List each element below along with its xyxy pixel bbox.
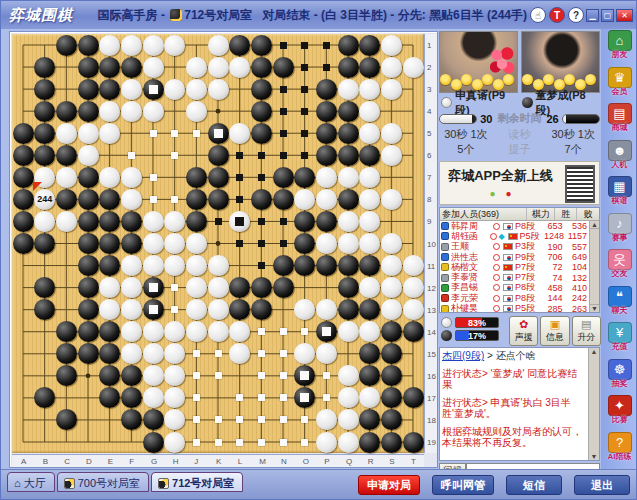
territory-white-marker [171, 196, 178, 203]
territory-black-marker [301, 152, 308, 159]
territory-black-marker [301, 42, 308, 49]
sidebar-icon-赛事: ♪ [608, 213, 632, 234]
row-label: 18 [427, 416, 436, 425]
chat-username[interactable]: 杰四(9段) [442, 350, 484, 361]
声援-button[interactable]: ✿声援 [509, 316, 538, 346]
territory-white-marker [280, 372, 287, 379]
column-label: F [129, 457, 134, 466]
sidebar-label: 朋友 [601, 51, 637, 59]
country-flag-cn [503, 243, 513, 250]
stone-black [251, 79, 272, 100]
stone-white [229, 57, 250, 78]
territory-white-marker [323, 372, 330, 379]
territory-black-marker [258, 240, 265, 247]
window-title: 国际高手房 - 712号对局室 对局结束 - (白 3目半胜) - 分先: 黑贴… [98, 7, 527, 24]
stone-black [186, 189, 207, 210]
sidebar-icon-商城: ▤ [608, 103, 632, 124]
button-label: 声援 [515, 332, 533, 342]
tab-700号对局室[interactable]: 700号对局室 [57, 472, 149, 492]
stone-white [56, 211, 77, 232]
stone-black [78, 277, 99, 298]
participant-losses: 649 [562, 252, 589, 262]
stone-black [208, 189, 229, 210]
stone-black [78, 255, 99, 276]
tab-大厅[interactable]: ⌂大厅 [7, 472, 55, 492]
fan-badge-icon [493, 223, 500, 230]
sidebar-label: 人机 [601, 161, 637, 169]
row-label: 3 [427, 85, 431, 94]
stone-white [164, 79, 185, 100]
row-label: 10 [427, 240, 436, 249]
help-icon[interactable]: ? [568, 7, 584, 23]
white-time-bar [439, 114, 477, 124]
participant-losses: 242 [562, 293, 589, 303]
sidebar-AI陪练[interactable]: ?AI陪练 [601, 431, 637, 468]
header-strength: 棋力 [527, 208, 555, 220]
sidebar-商城[interactable]: ▤商城 [601, 102, 637, 139]
sidebar-icon-充值: ¥ [608, 322, 632, 343]
stone-black [403, 387, 424, 408]
stone-white [121, 79, 142, 100]
territory-white-marker [193, 350, 200, 357]
stone-white [186, 57, 207, 78]
sidebar-抽奖[interactable]: ☸抽奖 [601, 358, 637, 395]
action-退出[interactable]: 退出 [574, 475, 630, 495]
lobby-icon: ⌂ [14, 477, 21, 489]
stone-black [338, 145, 359, 166]
participant-losses: 557 [562, 242, 589, 252]
stone-black [273, 255, 294, 276]
stone-black [13, 189, 34, 210]
stone-white [121, 299, 142, 320]
stone-white [186, 101, 207, 122]
stone-white [316, 343, 337, 364]
territory-white-marker [258, 372, 265, 379]
territory-white-marker [193, 372, 200, 379]
stone-black [338, 299, 359, 320]
rose-icon [522, 74, 533, 85]
stone-black [78, 321, 99, 342]
column-label: H [173, 457, 179, 466]
sidebar-label: 交友 [601, 270, 637, 278]
stone-black [13, 167, 34, 188]
territory-white-marker [236, 439, 243, 446]
stone-white [381, 145, 402, 166]
dead-black-marker [322, 327, 331, 336]
black-stone-icon [522, 97, 533, 108]
stone-black [381, 321, 402, 342]
rose-icon [440, 74, 451, 85]
territory-black-marker [236, 174, 243, 181]
dead-black-marker [149, 283, 158, 292]
stone-white [403, 255, 424, 276]
fan-badge-icon [493, 243, 500, 250]
row-label: 4 [427, 107, 431, 116]
territory-white-marker [280, 416, 287, 423]
stone-black [251, 123, 272, 144]
stone-black [403, 321, 424, 342]
stone-white [359, 189, 380, 210]
sidebar-交友[interactable]: 웃交友 [601, 248, 637, 285]
qr-code [565, 165, 595, 203]
stone-black [186, 167, 207, 188]
white-byoyomi: 30秒 1次 [444, 128, 487, 140]
territory-white-marker [171, 306, 178, 313]
territory-white-marker [323, 394, 330, 401]
信息-button[interactable]: ▣信息 [540, 316, 569, 346]
stone-black [13, 211, 34, 232]
stone-white [316, 299, 337, 320]
rose-icon [543, 74, 554, 85]
white-player-name-row: 申真谞(P9段) [439, 95, 520, 110]
stone-black [78, 233, 99, 254]
territory-white-marker [150, 130, 157, 137]
sidebar-赛事[interactable]: ♪赛事 [601, 212, 637, 249]
stone-white [381, 123, 402, 144]
stone-black [251, 101, 272, 122]
participant-wins: 74 [538, 273, 563, 283]
stone-black [359, 432, 380, 453]
stone-black [78, 35, 99, 56]
stone-white [186, 233, 207, 254]
stone-white [164, 233, 185, 254]
country-flag-kr [503, 223, 513, 230]
stone-white [338, 321, 359, 342]
button-label: 升分 [577, 332, 595, 342]
game-room-icon [64, 478, 75, 489]
sidebar-比赛[interactable]: ✦比赛 [601, 394, 637, 431]
stone-white [294, 189, 315, 210]
territory-white-marker [193, 130, 200, 137]
thumbs-up-icon [441, 274, 449, 282]
sidebar-label: AI陪练 [601, 453, 637, 461]
close-button[interactable]: ✕ [616, 9, 633, 22]
action-呼叫网管[interactable]: 呼叫网管 [432, 475, 494, 495]
sidebar-label: 聊天 [601, 307, 637, 315]
stone-black [34, 123, 55, 144]
column-label: B [43, 457, 48, 466]
room-tabs: ⌂大厅700号对局室712号对局室 [7, 472, 243, 492]
row-label: 5 [427, 129, 431, 138]
participant-losses: 536 [562, 221, 589, 231]
territory-black-marker [258, 152, 265, 159]
participant-wins: 144 [538, 293, 563, 303]
stone-black [316, 255, 337, 276]
升分-button[interactable]: ▤升分 [572, 316, 601, 346]
capture-label: 提子 [509, 143, 531, 155]
stone-white [56, 123, 77, 144]
chat-box[interactable]: 杰四(9段) > 还点个啥进行状态> '童梦成' 同意比赛结果进行状态> 申真谞… [439, 347, 600, 461]
stone-black [13, 233, 34, 254]
stone-white [186, 299, 207, 320]
tygem-icon[interactable]: T [549, 7, 565, 23]
stone-white [186, 321, 207, 342]
stone-black [381, 432, 402, 453]
stone-white [229, 211, 250, 232]
stone-black [316, 123, 337, 144]
stone-black [338, 255, 359, 276]
stone-white [56, 167, 77, 188]
minimize-button[interactable]: ▁ [586, 9, 599, 22]
stone-black [208, 167, 229, 188]
stone-black [99, 189, 120, 210]
stone-white [164, 432, 185, 453]
stone-black [34, 79, 55, 100]
stone-black [56, 321, 77, 342]
maximize-button[interactable]: ▢ [601, 9, 614, 22]
participant-list[interactable]: 参加人员(369) 棋力 胜 败 韩昇周P8段653536胡钰函◆P5段1248… [439, 207, 600, 313]
stone-black [99, 211, 120, 232]
black-time-value: 26 [544, 113, 562, 125]
participant-wins: 653 [538, 221, 563, 231]
stone-white [208, 299, 229, 320]
stone-white [143, 365, 164, 386]
stone-white [381, 277, 402, 298]
stone-black [251, 189, 272, 210]
participant-row[interactable]: 朴键昊P5段285263 [440, 303, 589, 312]
row-label: 8 [427, 195, 431, 204]
apple-icon: ● [506, 188, 512, 199]
participant-losses: 1157 [564, 231, 589, 241]
stone-black [338, 123, 359, 144]
time-remaining-label: 剩余时间 [496, 111, 544, 126]
territory-black-marker [280, 130, 287, 137]
territory-white-marker [258, 350, 265, 357]
stone-black [121, 233, 142, 254]
stone-white [359, 211, 380, 232]
sidebar-icon-朋友: ⌂ [608, 30, 632, 51]
stone-white [338, 79, 359, 100]
territory-white-marker [171, 284, 178, 291]
sidebar-充值[interactable]: ¥充值 [601, 321, 637, 358]
dead-black-marker [149, 305, 158, 314]
stone-black [294, 233, 315, 254]
game-status: 对局结束 - (白 3目半胜) - 分先: 黑贴6目半 (244手) [262, 8, 527, 22]
sidebar-label: 棋谱 [601, 197, 637, 205]
rose-icon [585, 74, 596, 85]
panel-buttons: ✿声援▣信息▤升分 [509, 316, 601, 346]
stone-white [338, 409, 359, 430]
thumbs-up-icon [441, 305, 449, 312]
stone-white [208, 79, 229, 100]
stone-black [78, 101, 99, 122]
black-player-name-row: 童梦成(P8段) [520, 95, 601, 110]
black-winrate-stone-icon [441, 330, 452, 341]
room-name: 国际高手房 - [98, 8, 169, 22]
board-column-labels: ABCDEFGHJKLMNOPQRST [12, 454, 424, 467]
participant-wins: 458 [538, 283, 563, 293]
stone-white [121, 321, 142, 342]
stone-white [359, 167, 380, 188]
territory-white-marker [150, 174, 157, 181]
sidebar-icon-AI陪练: ? [608, 432, 632, 453]
sidebar-朋友[interactable]: ⌂朋友 [601, 29, 637, 66]
stone-black [208, 123, 229, 144]
column-label: E [108, 457, 113, 466]
sidebar-会员[interactable]: ♛会员 [601, 66, 637, 103]
stone-black [121, 57, 142, 78]
stone-black [251, 277, 272, 298]
column-label: D [86, 457, 92, 466]
header-wins: 胜 [555, 208, 577, 220]
header-participants: 参加人员(369) [440, 208, 527, 220]
stone-black [78, 299, 99, 320]
stone-black [143, 79, 164, 100]
stone-white [381, 255, 402, 276]
title-bar[interactable]: 弈城围棋 国际高手房 - 712号对局室 对局结束 - (白 3目半胜) - 分… [1, 1, 637, 29]
black-captures: 7个 [565, 143, 582, 155]
column-label: A [21, 457, 26, 466]
chat-messages: 杰四(9段) > 还点个啥进行状态> '童梦成' 同意比赛结果进行状态> 申真谞… [442, 350, 587, 455]
stone-black [273, 189, 294, 210]
hand-icon[interactable]: ☝ [530, 7, 546, 23]
stone-white [186, 277, 207, 298]
country-flag-kr [503, 274, 513, 281]
stone-white [121, 343, 142, 364]
black-winrate-value: 17% [456, 331, 498, 341]
stone-black [208, 145, 229, 166]
fan-badge-icon [493, 264, 500, 271]
territory-black-marker [280, 108, 287, 115]
tab-712号对局室[interactable]: 712号对局室 [151, 472, 243, 492]
stone-white [186, 255, 207, 276]
stone-black [186, 211, 207, 232]
stone-white [338, 432, 359, 453]
participant-scrollbar[interactable]: ▲▼ [589, 221, 599, 312]
sidebar-icon-会员: ♛ [608, 67, 632, 88]
byoyomi-label: 读秒 [509, 128, 531, 140]
stone-white [99, 123, 120, 144]
stone-white [121, 189, 142, 210]
stone-black [78, 57, 99, 78]
stone-white [359, 233, 380, 254]
thumbs-up-icon [441, 253, 449, 261]
stone-black [338, 35, 359, 56]
android-icon: ● [489, 188, 495, 199]
territory-black-marker [236, 196, 243, 203]
thumbs-up-icon [441, 284, 449, 292]
stone-white [143, 233, 164, 254]
stone-black [143, 409, 164, 430]
app-banner[interactable]: 弈城APP全新上线 ●● [439, 161, 600, 205]
stone-white [121, 255, 142, 276]
territory-white-marker [301, 416, 308, 423]
dead-black-marker [149, 85, 158, 94]
stone-black [34, 57, 55, 78]
sidebar-人机[interactable]: ☻人机 [601, 139, 637, 176]
row-label: 11 [427, 262, 435, 271]
sidebar-icon-聊天: ❝ [608, 286, 632, 307]
territory-white-marker [215, 416, 222, 423]
territory-white-marker [301, 328, 308, 335]
row-label: 2 [427, 63, 431, 72]
participant-list-header: 参加人员(369) 棋力 胜 败 [440, 208, 599, 221]
stone-white [121, 167, 142, 188]
sidebar-label: 抽奖 [601, 380, 637, 388]
tab-label: 700号对局室 [78, 476, 140, 491]
row-label: 17 [427, 394, 436, 403]
stone-white [143, 343, 164, 364]
stone-black [273, 277, 294, 298]
territory-white-marker [258, 394, 265, 401]
column-label: C [64, 457, 70, 466]
chat-scrollbar[interactable]: ▲▼ [588, 348, 599, 460]
territory-white-marker [128, 152, 135, 159]
sidebar-聊天[interactable]: ❝聊天 [601, 285, 637, 322]
board-frame: 244 ABCDEFGHJKLMNOPQRST 1234567891011121… [9, 31, 438, 468]
column-label: N [281, 457, 287, 466]
chat-message-system: 进行状态> '童梦成' 同意比赛结果 [442, 368, 587, 390]
white-stone-icon [441, 97, 452, 108]
stone-white [121, 35, 142, 56]
chat-message-user: 杰四(9段) > 还点个啥 [442, 350, 587, 361]
stone-white [403, 277, 424, 298]
stone-black [56, 145, 77, 166]
stone-black [143, 432, 164, 453]
stone-white [143, 321, 164, 342]
stone-black [294, 167, 315, 188]
stone-black [251, 35, 272, 56]
feature-sidebar: ⌂朋友♛会员▤商城☻人机▦棋谱♪赛事웃交友❝聊天¥充值☸抽奖✦比赛?AI陪练 [601, 29, 637, 470]
territory-white-marker [236, 416, 243, 423]
sidebar-棋谱[interactable]: ▦棋谱 [601, 175, 637, 212]
stone-white [359, 101, 380, 122]
stone-black [99, 57, 120, 78]
row-label: 15 [427, 350, 436, 359]
stone-white [208, 321, 229, 342]
row-label: 1 [427, 41, 431, 50]
thumbs-up-icon [441, 294, 449, 302]
action-buttons: 申请对局呼叫网管短信退出 [358, 475, 630, 495]
country-flag-kr [503, 284, 513, 291]
sidebar-label: 商城 [601, 124, 637, 132]
stone-white [338, 387, 359, 408]
stone-black [78, 189, 99, 210]
territory-white-marker [171, 152, 178, 159]
dead-black-marker [300, 371, 309, 380]
stone-black [316, 321, 337, 342]
go-board[interactable]: 244 [12, 34, 424, 453]
territory-white-marker [258, 439, 265, 446]
row-label: 19 [427, 438, 436, 447]
stone-white [381, 79, 402, 100]
territory-white-marker [193, 439, 200, 446]
stone-black [273, 167, 294, 188]
participant-losses: 104 [562, 262, 589, 272]
action-申请对局[interactable]: 申请对局 [358, 475, 420, 495]
territory-white-marker [193, 416, 200, 423]
fan-badge-icon [493, 274, 500, 281]
stone-black [121, 211, 142, 232]
byoyomi-info: 30秒 1次 5个 读秒 提子 30秒 1次 7个 [439, 127, 600, 159]
stone-black [316, 211, 337, 232]
game-room-icon [158, 478, 169, 489]
stone-white [338, 233, 359, 254]
white-captures: 5个 [457, 143, 474, 155]
room-icon [170, 9, 182, 21]
banner-text: 弈城APP全新上线 [440, 167, 561, 185]
stone-black [78, 167, 99, 188]
stone-black [381, 343, 402, 364]
stone-white [316, 432, 337, 453]
action-短信[interactable]: 短信 [506, 475, 562, 495]
stone-white [143, 101, 164, 122]
column-label: K [216, 457, 221, 466]
stone-white [208, 255, 229, 276]
territory-black-marker [301, 130, 308, 137]
column-label: O [303, 457, 309, 466]
stone-black [78, 343, 99, 364]
